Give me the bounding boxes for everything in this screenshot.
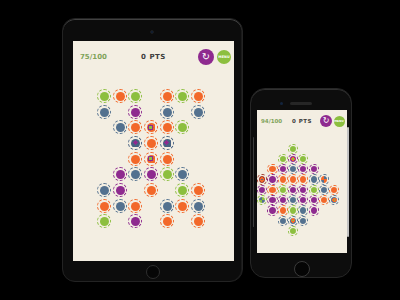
board-cell [288,185,298,195]
purple-dot[interactable] [267,174,277,184]
board-cell [308,174,318,184]
green-dot[interactable] [288,205,298,215]
blue-dot[interactable] [97,183,111,197]
orange-dot[interactable] [319,195,329,205]
board-cell [298,216,308,226]
iphone-hud-buttons: ↻ MENU [320,115,345,127]
green-dot[interactable] [128,89,142,103]
board-cell [288,164,298,174]
board-cell-empty [319,154,329,164]
iphone-front-camera-icon [280,102,283,105]
board-cell [127,119,143,135]
board-cell-empty [298,144,308,154]
orange-dot[interactable] [144,183,158,197]
board-cell [288,226,298,236]
board-cell-empty [96,166,112,182]
purple-dot[interactable] [128,105,142,119]
iphone-game-board [257,144,339,237]
board-cell-empty [257,226,267,236]
board-cell [267,195,277,205]
iphone-screen: 94/100 0 PTS ↻ MENU [257,110,347,253]
blue-dot[interactable] [298,216,308,226]
board-cell [127,198,143,214]
board-cell-empty [329,144,339,154]
blue-dot[interactable] [298,205,308,215]
green-dot[interactable] [288,144,298,154]
board-cell-empty [127,182,143,198]
orange-dot[interactable] [160,120,174,134]
board-cell [298,195,308,205]
board-cell-empty [329,205,339,215]
board-cell [288,205,298,215]
board-cell [288,216,298,226]
board-cell [278,195,288,205]
board-cell [278,185,288,195]
iphone-device-frame: 94/100 0 PTS ↻ MENU [250,88,352,278]
board-cell [308,164,318,174]
board-cell [257,195,267,205]
board-cell [174,182,190,198]
menu-button-label: MENU [218,55,230,59]
board-cell [319,195,329,205]
board-cell [112,88,128,104]
board-cell [267,174,277,184]
board-cell-empty [267,144,277,154]
board-cell [127,166,143,182]
board-cell [159,88,175,104]
board-cell-empty [143,104,159,120]
board-cell-empty [174,104,190,120]
board-cell [298,205,308,215]
green-dot[interactable] [309,185,319,195]
iphone-hud: 94/100 0 PTS ↻ MENU [257,115,347,127]
ipad-menu-button[interactable]: MENU [217,50,231,64]
board-cell [329,195,339,205]
board-cell [278,164,288,174]
blue-dot[interactable] [309,174,319,184]
board-cell [288,195,298,205]
ipad-hud-buttons: ↻ MENU [198,49,231,65]
board-cell [298,154,308,164]
purple-dot[interactable] [288,185,298,195]
special-orange-purple-green-dot[interactable] [144,120,158,134]
purple-dot[interactable] [113,183,127,197]
board-cell [159,151,175,167]
board-cell [190,104,206,120]
board-cell [278,205,288,215]
blue-dot[interactable] [319,185,329,195]
iphone-home-button[interactable] [294,261,310,277]
board-cell [174,166,190,182]
iphone-restart-button[interactable]: ↻ [320,115,332,127]
board-cell-empty [143,88,159,104]
board-cell [143,135,159,151]
board-cell [174,198,190,214]
purple-dot[interactable] [309,164,319,174]
green-dot[interactable] [175,120,189,134]
orange-dot[interactable] [191,214,205,228]
menu-button-label: MENU [335,119,345,122]
board-cell [278,154,288,164]
special-slate-orange-green-dot[interactable] [329,195,339,205]
board-cell-empty [329,164,339,174]
board-cell-empty [143,198,159,214]
board-cell-empty [257,216,267,226]
board-cell-empty [278,144,288,154]
board-cell-empty [329,174,339,184]
board-cell [143,151,159,167]
orange-dot[interactable] [191,89,205,103]
orange-dot[interactable] [160,89,174,103]
ipad-hud: 75/100 0 PTS ↻ MENU [73,49,234,65]
ipad-front-camera-icon [150,30,154,34]
board-cell [288,174,298,184]
orange-dot[interactable] [144,136,158,150]
orange-dot[interactable] [278,205,288,215]
green-dot[interactable] [97,214,111,228]
special-orange-purple-green-dot[interactable] [144,152,158,166]
ipad-screen: 75/100 0 PTS ↻ MENU [73,41,234,261]
blue-dot[interactable] [97,105,111,119]
board-cell [159,135,175,151]
board-cell-empty [267,226,277,236]
board-cell [127,135,143,151]
board-cell-empty [143,214,159,230]
purple-dot[interactable] [128,214,142,228]
board-cell-empty [257,144,267,154]
orange-dot[interactable] [113,89,127,103]
purple-dot[interactable] [278,164,288,174]
board-cell-empty [329,216,339,226]
green-dot[interactable] [288,226,298,236]
board-cell-empty [308,226,318,236]
orange-dot[interactable] [278,174,288,184]
blue-dot[interactable] [191,199,205,213]
board-cell [298,185,308,195]
blue-dot[interactable] [128,167,142,181]
purple-dot[interactable] [309,195,319,205]
board-cell-empty [319,144,329,154]
blue-dot[interactable] [288,164,298,174]
board-cell [319,185,329,195]
restart-icon: ↻ [323,117,330,125]
board-cell-empty [112,135,128,151]
ipad-home-button[interactable] [146,265,160,279]
ipad-game-board [96,88,206,229]
board-cell [96,214,112,230]
board-cell [96,182,112,198]
purple-dot[interactable] [144,167,158,181]
orange-dot[interactable] [128,199,142,213]
orange-dot[interactable] [175,199,189,213]
blue-dot[interactable] [113,120,127,134]
board-cell [288,154,298,164]
board-cell [112,182,128,198]
board-cell-empty [257,154,267,164]
board-cell [127,151,143,167]
purple-dot[interactable] [267,195,277,205]
purple-dot[interactable] [113,167,127,181]
board-cell [267,164,277,174]
board-cell-empty [96,151,112,167]
iphone-speaker-grill [290,102,312,105]
restart-icon: ↻ [202,52,210,62]
iphone-bezel-reflection [347,127,349,237]
board-cell [96,104,112,120]
board-cell [159,214,175,230]
mockup-stage: 75/100 0 PTS ↻ MENU 94/100 0 PTS ↻ MENU [0,0,400,300]
board-cell [143,166,159,182]
board-cell-empty [308,154,318,164]
board-cell-empty [267,216,277,226]
board-cell-empty [112,214,128,230]
orange-dot[interactable] [329,185,339,195]
board-cell [308,185,318,195]
orange-dot[interactable] [97,199,111,213]
board-cell [159,104,175,120]
blue-dot[interactable] [160,199,174,213]
board-cell [257,174,267,184]
board-cell-empty [319,226,329,236]
board-cell-empty [96,119,112,135]
board-cell [143,182,159,198]
green-dot[interactable] [160,167,174,181]
board-cell [319,174,329,184]
board-cell [267,205,277,215]
board-cell [174,119,190,135]
board-cell-empty [319,164,329,174]
ipad-restart-button[interactable]: ↻ [198,49,214,65]
orange-dot[interactable] [288,174,298,184]
board-cell-empty [308,216,318,226]
ipad-device-frame: 75/100 0 PTS ↻ MENU [62,18,243,282]
board-cell [127,104,143,120]
board-cell [96,198,112,214]
board-cell-empty [257,164,267,174]
board-cell [127,214,143,230]
board-cell-empty [257,205,267,215]
board-cell [96,88,112,104]
board-cell [190,88,206,104]
purple-dot[interactable] [298,185,308,195]
board-cell [159,198,175,214]
orange-dot[interactable] [160,152,174,166]
board-cell [308,205,318,215]
purple-dot[interactable] [257,185,267,195]
board-cell [159,166,175,182]
board-cell-empty [112,151,128,167]
board-cell [298,174,308,184]
board-cell [174,88,190,104]
special-navy-purple-dot[interactable] [128,136,142,150]
purple-dot[interactable] [298,195,308,205]
purple-dot[interactable] [278,195,288,205]
green-dot[interactable] [97,89,111,103]
blue-dot[interactable] [191,105,205,119]
board-cell [190,214,206,230]
iphone-menu-button[interactable]: MENU [334,116,345,127]
board-cell-empty [174,214,190,230]
board-cell [190,182,206,198]
blue-dot[interactable] [175,167,189,181]
green-dot[interactable] [298,154,308,164]
board-cell [190,198,206,214]
board-cell-empty [190,166,206,182]
blue-dot[interactable] [160,105,174,119]
green-dot[interactable] [175,183,189,197]
special-slate-orange-green-dot[interactable] [288,216,298,226]
board-cell-empty [174,135,190,151]
board-cell-empty [329,226,339,236]
orange-dot[interactable] [128,152,142,166]
board-cell [329,185,339,195]
board-cell-empty [298,226,308,236]
special-navy-purple-dot[interactable] [160,136,174,150]
board-cell [298,164,308,174]
orange-dot[interactable] [267,164,277,174]
board-cell [278,216,288,226]
orange-dot[interactable] [128,120,142,134]
board-cell-empty [278,226,288,236]
purple-dot[interactable] [298,164,308,174]
board-cell-empty [319,216,329,226]
board-cell [308,195,318,205]
board-cell [112,166,128,182]
board-cell-empty [96,135,112,151]
blue-dot[interactable] [288,195,298,205]
board-cell-empty [190,151,206,167]
board-cell [288,144,298,154]
orange-dot[interactable] [267,185,277,195]
board-cell [112,198,128,214]
special-maroon-orange-slate-dot[interactable] [257,174,267,184]
board-cell-empty [174,151,190,167]
board-cell-empty [319,205,329,215]
purple-dot[interactable] [309,205,319,215]
board-cell-empty [190,135,206,151]
special-quad-green-blue-dot[interactable] [257,195,267,205]
blue-dot[interactable] [278,216,288,226]
green-dot[interactable] [278,185,288,195]
special-purple-orange-green-dot[interactable] [288,154,298,164]
board-cell [267,185,277,195]
blue-dot[interactable] [113,199,127,213]
orange-dot[interactable] [298,174,308,184]
green-dot[interactable] [175,89,189,103]
special-quad-blue-orange-dot[interactable] [319,174,329,184]
board-cell-empty [159,182,175,198]
board-cell-empty [112,104,128,120]
board-cell [127,88,143,104]
board-cell [278,174,288,184]
purple-dot[interactable] [267,205,277,215]
orange-dot[interactable] [191,183,205,197]
green-dot[interactable] [278,154,288,164]
board-cell [159,119,175,135]
orange-dot[interactable] [160,214,174,228]
board-cell-empty [329,154,339,164]
board-cell-empty [308,144,318,154]
board-cell-empty [190,119,206,135]
board-cell [257,185,267,195]
board-cell-empty [267,154,277,164]
board-cell [112,119,128,135]
iphone-bezel-reflection-left [253,137,254,227]
board-cell [143,119,159,135]
